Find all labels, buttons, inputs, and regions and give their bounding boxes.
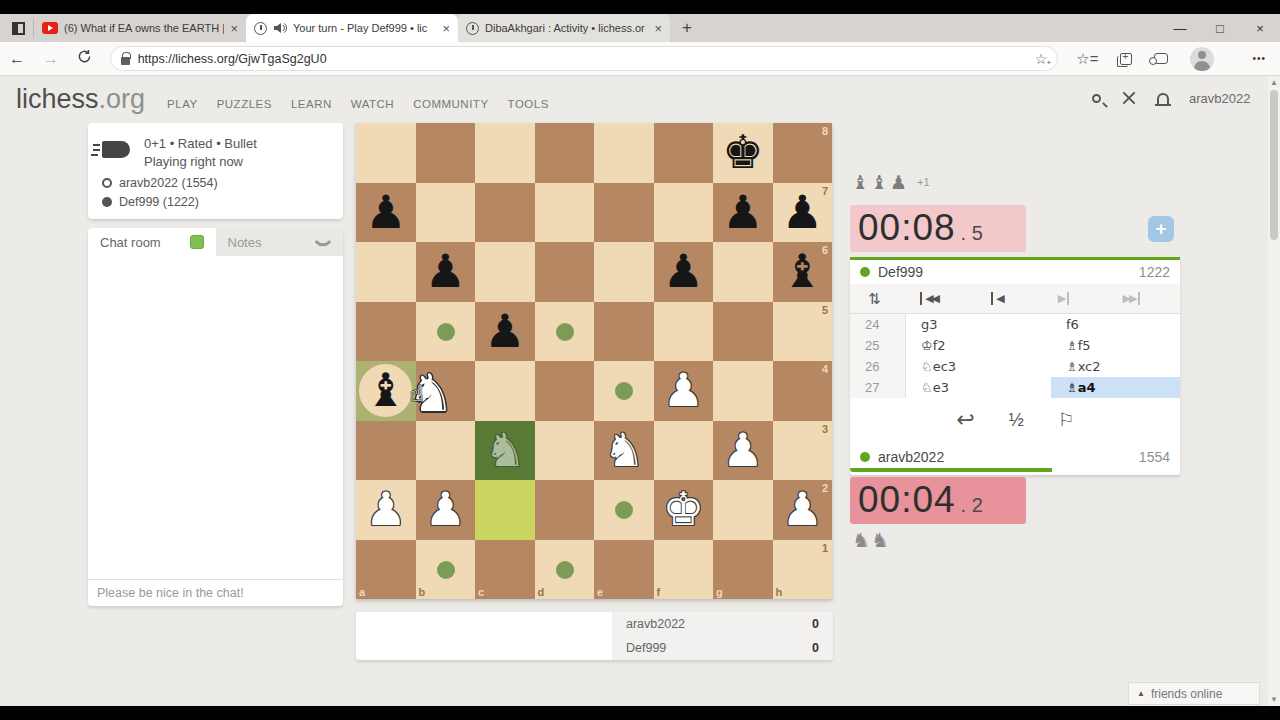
feedback-icon[interactable]	[1154, 53, 1168, 64]
tab-title: DibaAkhgari : Activity • lichess.or	[485, 22, 648, 34]
online-dot-icon	[860, 452, 870, 462]
back-button[interactable]: ←	[0, 50, 34, 68]
black-pawn-g7[interactable]: ♟	[713, 183, 773, 243]
player-rating: 1554	[1139, 449, 1170, 465]
white-move[interactable]: ♔f2	[906, 335, 1051, 356]
black-pawn-b6[interactable]: ♟	[416, 242, 476, 302]
bullet-icon	[102, 141, 130, 158]
black-color-icon	[102, 197, 112, 207]
favorites-icon[interactable]: ☆=	[1076, 50, 1098, 68]
refresh-button[interactable]	[68, 49, 102, 68]
square-c5[interactable]: ♟	[475, 302, 535, 362]
square-c1[interactable]: c	[475, 540, 535, 600]
square-a7[interactable]: ♟	[356, 183, 416, 243]
takeback-icon[interactable]: ↩	[956, 407, 974, 433]
white-player-line[interactable]: aravb2022 (1554)	[102, 176, 331, 190]
black-player-row[interactable]: Def999 1222	[850, 257, 1180, 284]
square-b2[interactable]: ♟	[416, 480, 476, 540]
move-row-27: 27♘e3♗a4	[850, 377, 1180, 398]
nav-learn[interactable]: LEARN	[291, 98, 332, 110]
tab-actions-button[interactable]	[4, 19, 34, 37]
rank-label-7: 7	[822, 185, 828, 197]
game-side-panel: Def999 1222 ⇅ ◀◀ ◀ ▶ ▶▶ 24g3f625♔f2♗f526…	[850, 257, 1180, 475]
square-f3[interactable]	[654, 421, 714, 481]
square-f4[interactable]: ♟	[654, 361, 714, 421]
rank-label-2: 2	[822, 482, 828, 494]
score-table-empty	[356, 612, 612, 660]
square-g8[interactable]: ♚	[713, 123, 773, 183]
square-c8[interactable]	[475, 123, 535, 183]
move-dest-dot[interactable]	[615, 382, 633, 400]
player-name: aravb2022	[878, 449, 944, 465]
white-player-row[interactable]: aravb2022 1554	[850, 442, 1180, 472]
square-a6[interactable]	[356, 242, 416, 302]
square-h3[interactable]: 3	[773, 421, 833, 481]
square-f7[interactable]	[654, 183, 714, 243]
rank-label-5: 5	[822, 304, 828, 316]
username-menu[interactable]: aravb2022	[1189, 91, 1250, 106]
material-advantage: +1	[917, 176, 930, 188]
url-text[interactable]: https://lichess.org/GjwTgaSg2gU0	[138, 52, 1027, 66]
maximize-button[interactable]: □	[1200, 21, 1240, 36]
tab-title: (6) What if EA owns the EARTH |	[64, 22, 224, 34]
tab-title: Your turn - Play Def999 • lic	[293, 22, 436, 34]
tab-bar: (6) What if EA owns the EARTH | × Your t…	[0, 14, 1280, 42]
forward-button[interactable]: →	[34, 50, 68, 68]
square-f1[interactable]: f	[654, 540, 714, 600]
tab-audio-icon[interactable]	[273, 22, 287, 34]
rank-label-8: 8	[822, 125, 828, 137]
white-color-icon	[102, 178, 112, 188]
square-b5[interactable]	[416, 302, 476, 362]
next-move-button[interactable]: ▶	[1056, 292, 1069, 305]
move-number: 26	[850, 356, 906, 377]
score-row: aravb20220	[612, 612, 833, 636]
game-status: Playing right now	[144, 153, 257, 171]
move-row-26: 26♘ec3♗xc2	[850, 356, 1180, 377]
new-tab-button[interactable]: +	[682, 18, 692, 38]
nav-tools[interactable]: TOOLS	[508, 98, 549, 110]
square-a5[interactable]	[356, 302, 416, 362]
notifications-icon[interactable]	[1157, 93, 1169, 104]
white-knight-c3[interactable]: ♞	[475, 421, 535, 481]
move-number: 25	[850, 335, 906, 356]
square-d6[interactable]	[535, 242, 595, 302]
black-pawn-a7[interactable]: ♟	[356, 183, 416, 243]
youtube-favicon	[42, 22, 58, 34]
rank-label-3: 3	[822, 423, 828, 435]
move-number: 24	[850, 314, 906, 335]
square-h2[interactable]: ♟2	[773, 480, 833, 540]
game-info-box: 0+1 • Rated • Bullet Playing right now a…	[88, 123, 343, 219]
move-dest-dot[interactable]	[556, 323, 574, 341]
tab-chat-room[interactable]: Chat room	[88, 228, 216, 256]
score-table: aravb20220 Def9990	[356, 612, 833, 660]
mouse-cursor-icon: ☝	[410, 381, 423, 406]
square-h1[interactable]: h1	[773, 540, 833, 600]
rank-label-6: 6	[822, 244, 828, 256]
square-d7[interactable]	[535, 183, 595, 243]
tab-lichess-activity[interactable]: DibaAkhgari : Activity • lichess.or ×	[458, 14, 670, 42]
nav-community[interactable]: COMMUNITY	[413, 98, 488, 110]
file-label-f: f	[657, 586, 661, 598]
black-pawn-c5[interactable]: ♟	[475, 302, 535, 362]
captured-by-black: ♝♝♟ +1	[852, 171, 930, 193]
square-g4[interactable]	[713, 361, 773, 421]
time-control: 0+1 • Rated • Bullet	[144, 135, 257, 153]
square-h7[interactable]: ♟7	[773, 183, 833, 243]
square-g6[interactable]	[713, 242, 773, 302]
tab-close-icon[interactable]: ×	[654, 21, 662, 36]
lichess-page: ▲ ▼ lichess.org PLAY PUZZLES LEARN WATCH…	[0, 76, 1280, 706]
square-b7[interactable]	[416, 183, 476, 243]
move-row-24: 24g3f6	[850, 314, 1180, 335]
white-knight-e3[interactable]: ♞	[594, 421, 654, 481]
chat-messages	[88, 256, 343, 579]
chess-board[interactable]: ♚8♟♟♟7♟♟♝6♟5♝♟4♞♞♟3♟♟♚♟2abcdefgh1♞☝	[356, 123, 832, 599]
chat-toggle[interactable]	[190, 235, 204, 249]
flip-board-icon[interactable]: ⇅	[868, 290, 881, 308]
move-list[interactable]: 24g3f625♔f2♗f526♘ec3♗xc227♘e3♗a4	[850, 314, 1180, 398]
nav-watch[interactable]: WATCH	[351, 98, 394, 110]
white-move[interactable]: ♘ec3	[906, 356, 1051, 377]
square-g1[interactable]: g	[713, 540, 773, 600]
tab-notes[interactable]: Notes	[216, 228, 344, 256]
collections-icon[interactable]	[1120, 53, 1132, 65]
black-player-line[interactable]: Def999 (1222)	[102, 195, 331, 209]
move-dest-dot[interactable]	[615, 501, 633, 519]
main-nav: PLAY PUZZLES LEARN WATCH COMMUNITY TOOLS	[167, 98, 549, 110]
tab-close-icon[interactable]: ×	[230, 21, 238, 36]
file-label-h: h	[776, 586, 783, 598]
draw-offer-button[interactable]: ½	[1009, 410, 1024, 431]
add-time-button[interactable]: +	[1148, 216, 1174, 242]
square-e5[interactable]	[594, 302, 654, 362]
square-d1[interactable]: d	[535, 540, 595, 600]
black-pawn-f6[interactable]: ♟	[654, 242, 714, 302]
captured-by-white: ♞♞	[852, 528, 890, 552]
player-rating: 1222	[1139, 264, 1170, 280]
file-label-b: b	[419, 586, 426, 598]
search-icon[interactable]	[1092, 94, 1101, 103]
white-pawn-g3[interactable]: ♟	[713, 421, 773, 481]
square-f8[interactable]	[654, 123, 714, 183]
lock-icon	[121, 57, 130, 65]
square-a3[interactable]	[356, 421, 416, 481]
tab-lichess-game[interactable]: Your turn - Play Def999 • lic ×	[246, 14, 458, 42]
lichess-clock-favicon	[254, 22, 267, 35]
browser-toolbar: ← → https://lichess.org/GjwTgaSg2gU0 ☆+ …	[0, 42, 1280, 76]
screen: (6) What if EA owns the EARTH | × Your t…	[0, 0, 1280, 720]
square-c2[interactable]	[475, 480, 535, 540]
square-h5[interactable]: 5	[773, 302, 833, 362]
square-g5[interactable]	[713, 302, 773, 362]
prev-move-button[interactable]: ◀	[991, 292, 1004, 305]
expand-icon: ▲	[1137, 689, 1145, 698]
nav-play[interactable]: PLAY	[167, 98, 198, 110]
move-dest-dot[interactable]	[437, 561, 455, 579]
square-e2[interactable]	[594, 480, 654, 540]
white-pawn-f4[interactable]: ♟	[654, 361, 714, 421]
square-d5[interactable]	[535, 302, 595, 362]
square-d2[interactable]	[535, 480, 595, 540]
square-d4[interactable]	[535, 361, 595, 421]
lichess-clock-favicon	[466, 22, 479, 35]
minimize-button[interactable]: —	[1160, 21, 1200, 36]
black-move[interactable]: ♗xc2	[1051, 356, 1180, 377]
black-move[interactable]: f6	[1051, 314, 1180, 335]
letterbox-top	[0, 0, 1280, 14]
challenges-icon[interactable]	[1121, 90, 1137, 106]
phone-icon	[315, 234, 332, 251]
square-a8[interactable]	[356, 123, 416, 183]
square-f5[interactable]	[654, 302, 714, 362]
game-actions: ↩ ½ ⚐	[850, 398, 1180, 442]
square-b8[interactable]	[416, 123, 476, 183]
scrollbar-thumb[interactable]	[1270, 90, 1278, 240]
tab-layout-icon	[12, 22, 25, 35]
square-a2[interactable]: ♟	[356, 480, 416, 540]
square-f6[interactable]: ♟	[654, 242, 714, 302]
profile-avatar[interactable]	[1190, 47, 1214, 71]
file-label-c: c	[478, 586, 484, 598]
square-h6[interactable]: ♝6	[773, 242, 833, 302]
tab-close-icon[interactable]: ×	[442, 21, 450, 36]
square-e4[interactable]	[594, 361, 654, 421]
move-number: 27	[850, 377, 906, 398]
move-row-25: 25♔f2♗f5	[850, 335, 1180, 356]
black-clock: 00:08 . 5	[850, 205, 1026, 252]
square-e6[interactable]	[594, 242, 654, 302]
square-e7[interactable]	[594, 183, 654, 243]
time-bar	[850, 468, 1052, 472]
white-move[interactable]: ♘e3	[906, 377, 1051, 398]
square-e3[interactable]: ♞	[594, 421, 654, 481]
rank-label-1: 1	[822, 542, 828, 554]
lichess-logo[interactable]: lichess.org	[16, 84, 145, 115]
white-pawn-b2[interactable]: ♟	[416, 480, 476, 540]
square-a1[interactable]: a	[356, 540, 416, 600]
page-scrollbar[interactable]: ▲ ▼	[1268, 76, 1280, 706]
square-c7[interactable]	[475, 183, 535, 243]
resign-flag-icon[interactable]: ⚐	[1058, 409, 1074, 431]
white-clock: 00:04 . 2	[850, 477, 1026, 524]
square-d8[interactable]	[535, 123, 595, 183]
square-c3[interactable]: ♞	[475, 421, 535, 481]
browser-menu-icon[interactable]: •••	[1252, 53, 1266, 64]
move-nav-bar: ⇅ ◀◀ ◀ ▶ ▶▶	[850, 284, 1180, 314]
square-e8[interactable]	[594, 123, 654, 183]
player-name: Def999	[878, 264, 923, 280]
address-bar[interactable]: https://lichess.org/GjwTgaSg2gU0 ☆+	[110, 46, 1059, 71]
square-b3[interactable]	[416, 421, 476, 481]
tab-youtube[interactable]: (6) What if EA owns the EARTH | ×	[34, 14, 246, 42]
file-label-e: e	[597, 586, 603, 598]
first-move-button[interactable]: ◀◀	[920, 292, 940, 305]
close-button[interactable]: ×	[1240, 21, 1280, 36]
white-pawn-a2[interactable]: ♟	[356, 480, 416, 540]
browser-window: (6) What if EA owns the EARTH | × Your t…	[0, 14, 1280, 706]
move-dest-dot[interactable]	[437, 323, 455, 341]
square-c4[interactable]	[475, 361, 535, 421]
file-label-d: d	[538, 586, 545, 598]
square-e1[interactable]: e	[594, 540, 654, 600]
favorite-add-icon[interactable]: ☆+	[1035, 51, 1048, 67]
chat-box: Chat room Notes Please be nice in the ch…	[88, 228, 343, 606]
square-b1[interactable]: b	[416, 540, 476, 600]
letterbox-bottom	[0, 706, 1280, 720]
square-f2[interactable]: ♚	[654, 480, 714, 540]
captured-pieces-icons: ♝♝♟	[852, 171, 909, 193]
window-controls: — □ ×	[1160, 21, 1280, 36]
square-d3[interactable]	[535, 421, 595, 481]
file-label-g: g	[716, 586, 723, 598]
nav-puzzles[interactable]: PUZZLES	[217, 98, 272, 110]
white-king-f2[interactable]: ♚	[654, 480, 714, 540]
black-king-g8[interactable]: ♚	[713, 123, 773, 183]
black-move[interactable]: ♗a4	[1051, 377, 1180, 398]
score-row: Def9990	[612, 636, 833, 660]
square-g7[interactable]: ♟	[713, 183, 773, 243]
black-move[interactable]: ♗f5	[1051, 335, 1180, 356]
scroll-down-icon[interactable]: ▼	[1268, 695, 1280, 704]
square-g2[interactable]	[713, 480, 773, 540]
file-label-a: a	[359, 586, 365, 598]
scroll-up-icon[interactable]: ▲	[1268, 78, 1280, 87]
chat-input[interactable]: Please be nice in the chat!	[88, 579, 343, 606]
friends-online-bar[interactable]: ▲ friends online	[1128, 682, 1260, 705]
white-move[interactable]: g3	[906, 314, 1051, 335]
online-dot-icon	[860, 267, 870, 277]
square-h8[interactable]: 8	[773, 123, 833, 183]
square-c6[interactable]	[475, 242, 535, 302]
last-move-button[interactable]: ▶▶	[1120, 292, 1140, 305]
move-dest-dot[interactable]	[556, 561, 574, 579]
square-h4[interactable]: 4	[773, 361, 833, 421]
square-g3[interactable]: ♟	[713, 421, 773, 481]
rank-label-4: 4	[822, 363, 828, 375]
square-b6[interactable]: ♟	[416, 242, 476, 302]
